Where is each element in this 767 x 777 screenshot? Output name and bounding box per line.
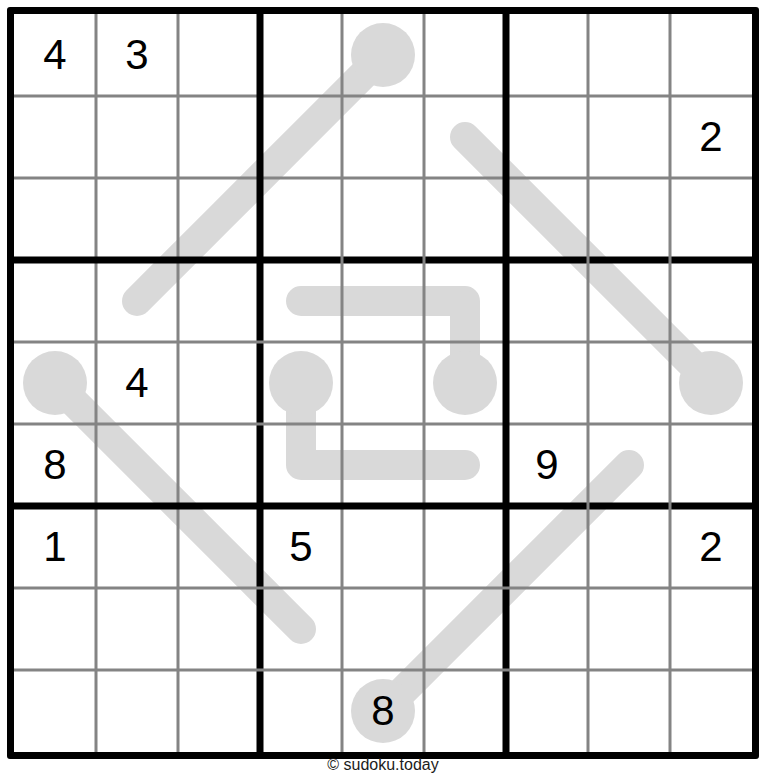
given-digit: 8 <box>43 444 66 486</box>
given-digit: 4 <box>125 362 148 404</box>
cell-r4c1[interactable] <box>14 260 96 342</box>
cell-r1c1[interactable]: 4 <box>14 14 96 96</box>
cell-r3c4[interactable] <box>260 178 342 260</box>
cell-r8c1[interactable] <box>14 588 96 670</box>
cell-r4c4[interactable] <box>260 260 342 342</box>
cell-r1c9[interactable] <box>670 14 752 96</box>
cell-r1c4[interactable] <box>260 14 342 96</box>
cell-r9c3[interactable] <box>178 670 260 752</box>
cell-r3c1[interactable] <box>14 178 96 260</box>
cell-r4c9[interactable] <box>670 260 752 342</box>
cell-r6c8[interactable] <box>588 424 670 506</box>
cell-r6c9[interactable] <box>670 424 752 506</box>
cell-r2c4[interactable] <box>260 96 342 178</box>
puzzle-page: 4324891528 © sudoku.today <box>0 0 767 777</box>
cell-r5c2[interactable]: 4 <box>96 342 178 424</box>
cell-r8c8[interactable] <box>588 588 670 670</box>
cell-r8c9[interactable] <box>670 588 752 670</box>
cell-r4c7[interactable] <box>506 260 588 342</box>
cell-r1c7[interactable] <box>506 14 588 96</box>
cell-r3c8[interactable] <box>588 178 670 260</box>
cell-r8c5[interactable] <box>342 588 424 670</box>
cell-r3c9[interactable] <box>670 178 752 260</box>
given-digit: 8 <box>371 690 394 732</box>
cell-r7c7[interactable] <box>506 506 588 588</box>
branding-text: © sudoku.today <box>7 756 759 774</box>
cell-r2c6[interactable] <box>424 96 506 178</box>
cell-r7c4[interactable]: 5 <box>260 506 342 588</box>
cell-r4c5[interactable] <box>342 260 424 342</box>
cell-r3c7[interactable] <box>506 178 588 260</box>
cell-r5c5[interactable] <box>342 342 424 424</box>
cell-r5c9[interactable] <box>670 342 752 424</box>
cell-r7c8[interactable] <box>588 506 670 588</box>
cell-r7c5[interactable] <box>342 506 424 588</box>
cell-r7c3[interactable] <box>178 506 260 588</box>
cell-r5c4[interactable] <box>260 342 342 424</box>
given-digit: 3 <box>125 34 148 76</box>
cell-r7c1[interactable]: 1 <box>14 506 96 588</box>
cell-r4c8[interactable] <box>588 260 670 342</box>
cell-grid: 4324891528 <box>14 14 752 752</box>
cell-r1c8[interactable] <box>588 14 670 96</box>
cell-r9c8[interactable] <box>588 670 670 752</box>
given-digit: 2 <box>699 116 722 158</box>
cell-r7c2[interactable] <box>96 506 178 588</box>
cell-r7c9[interactable]: 2 <box>670 506 752 588</box>
cell-r4c6[interactable] <box>424 260 506 342</box>
cell-r2c8[interactable] <box>588 96 670 178</box>
cell-r1c5[interactable] <box>342 14 424 96</box>
cell-r9c1[interactable] <box>14 670 96 752</box>
cell-r6c7[interactable]: 9 <box>506 424 588 506</box>
cell-r1c2[interactable]: 3 <box>96 14 178 96</box>
cell-r6c4[interactable] <box>260 424 342 506</box>
cell-r1c3[interactable] <box>178 14 260 96</box>
cell-r6c1[interactable]: 8 <box>14 424 96 506</box>
cell-r5c7[interactable] <box>506 342 588 424</box>
cell-r3c2[interactable] <box>96 178 178 260</box>
cell-r5c1[interactable] <box>14 342 96 424</box>
cell-r3c3[interactable] <box>178 178 260 260</box>
cell-r2c9[interactable]: 2 <box>670 96 752 178</box>
cell-r8c2[interactable] <box>96 588 178 670</box>
cell-r8c7[interactable] <box>506 588 588 670</box>
given-digit: 1 <box>43 526 66 568</box>
cell-r2c7[interactable] <box>506 96 588 178</box>
cell-r9c4[interactable] <box>260 670 342 752</box>
cell-r8c4[interactable] <box>260 588 342 670</box>
given-digit: 5 <box>289 526 312 568</box>
sudoku-board: 4324891528 <box>7 7 759 759</box>
cell-r3c5[interactable] <box>342 178 424 260</box>
cell-r2c3[interactable] <box>178 96 260 178</box>
cell-r9c5[interactable]: 8 <box>342 670 424 752</box>
given-digit: 4 <box>43 34 66 76</box>
cell-r2c1[interactable] <box>14 96 96 178</box>
cell-r4c2[interactable] <box>96 260 178 342</box>
cell-r6c6[interactable] <box>424 424 506 506</box>
cell-r6c2[interactable] <box>96 424 178 506</box>
cell-r9c6[interactable] <box>424 670 506 752</box>
cell-r1c6[interactable] <box>424 14 506 96</box>
cell-r6c3[interactable] <box>178 424 260 506</box>
cell-r9c2[interactable] <box>96 670 178 752</box>
cell-r2c5[interactable] <box>342 96 424 178</box>
cell-r5c3[interactable] <box>178 342 260 424</box>
cell-r4c3[interactable] <box>178 260 260 342</box>
cell-r2c2[interactable] <box>96 96 178 178</box>
cell-r7c6[interactable] <box>424 506 506 588</box>
given-digit: 2 <box>699 526 722 568</box>
cell-r8c3[interactable] <box>178 588 260 670</box>
cell-r5c8[interactable] <box>588 342 670 424</box>
cell-r5c6[interactable] <box>424 342 506 424</box>
cell-r9c9[interactable] <box>670 670 752 752</box>
cell-r9c7[interactable] <box>506 670 588 752</box>
cell-r6c5[interactable] <box>342 424 424 506</box>
cell-r8c6[interactable] <box>424 588 506 670</box>
cell-r3c6[interactable] <box>424 178 506 260</box>
given-digit: 9 <box>535 444 558 486</box>
